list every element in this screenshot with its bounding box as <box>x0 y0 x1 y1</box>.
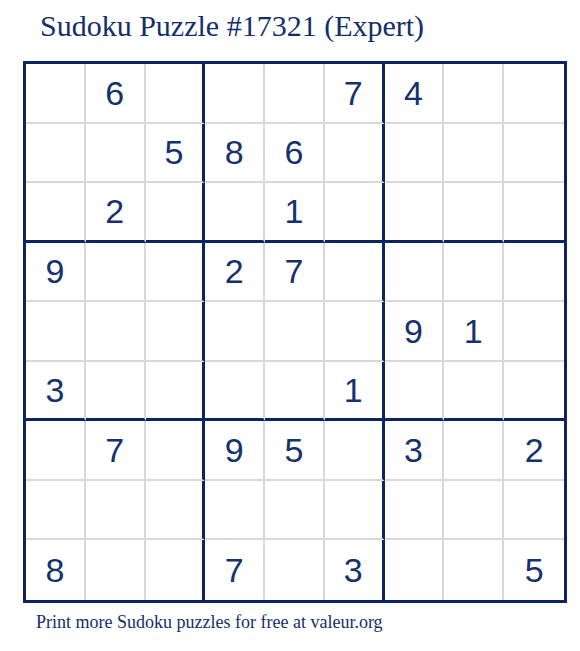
sudoku-cell-r7c4[interactable]: 9 <box>205 421 265 481</box>
sudoku-cell-r7c8[interactable] <box>444 421 504 481</box>
sudoku-cell-r8c4[interactable] <box>205 481 265 541</box>
sudoku-cell-r3c7[interactable] <box>385 183 445 243</box>
sudoku-cell-r9c5[interactable] <box>265 540 325 600</box>
sudoku-cell-r4c1[interactable]: 9 <box>26 243 86 303</box>
sudoku-cell-r3c9[interactable] <box>504 183 564 243</box>
sudoku-cell-r2c5[interactable]: 6 <box>265 124 325 184</box>
sudoku-cell-r6c8[interactable] <box>444 362 504 422</box>
sudoku-cell-r1c4[interactable] <box>205 64 265 124</box>
sudoku-cell-r1c7[interactable]: 4 <box>385 64 445 124</box>
sudoku-cell-r6c3[interactable] <box>146 362 206 422</box>
sudoku-cell-r3c8[interactable] <box>444 183 504 243</box>
sudoku-cell-r8c7[interactable] <box>385 481 445 541</box>
sudoku-cell-r9c1[interactable]: 8 <box>26 540 86 600</box>
sudoku-cell-r2c8[interactable] <box>444 124 504 184</box>
sudoku-cell-r4c7[interactable] <box>385 243 445 303</box>
sudoku-cell-r2c2[interactable] <box>86 124 146 184</box>
sudoku-cell-r6c2[interactable] <box>86 362 146 422</box>
sudoku-cell-r7c5[interactable]: 5 <box>265 421 325 481</box>
sudoku-board: 674586219279131795328735 <box>23 61 567 603</box>
sudoku-cell-r7c6[interactable] <box>325 421 385 481</box>
footer-text: Print more Sudoku puzzles for free at va… <box>36 612 383 633</box>
sudoku-cell-r6c7[interactable] <box>385 362 445 422</box>
sudoku-cell-r4c6[interactable] <box>325 243 385 303</box>
sudoku-cell-r6c5[interactable] <box>265 362 325 422</box>
sudoku-cell-r7c2[interactable]: 7 <box>86 421 146 481</box>
sudoku-cell-r2c3[interactable]: 5 <box>146 124 206 184</box>
sudoku-cell-r4c5[interactable]: 7 <box>265 243 325 303</box>
sudoku-cell-r5c9[interactable] <box>504 302 564 362</box>
page-title: Sudoku Puzzle #17321 (Expert) <box>40 9 424 43</box>
sudoku-cell-r5c3[interactable] <box>146 302 206 362</box>
sudoku-cell-r2c9[interactable] <box>504 124 564 184</box>
sudoku-cell-r6c4[interactable] <box>205 362 265 422</box>
sudoku-cell-r1c2[interactable]: 6 <box>86 64 146 124</box>
sudoku-cell-r4c9[interactable] <box>504 243 564 303</box>
sudoku-cell-r9c6[interactable]: 3 <box>325 540 385 600</box>
sudoku-cell-r7c3[interactable] <box>146 421 206 481</box>
sudoku-cell-r5c7[interactable]: 9 <box>385 302 445 362</box>
sudoku-cell-r4c4[interactable]: 2 <box>205 243 265 303</box>
sudoku-cell-r5c1[interactable] <box>26 302 86 362</box>
sudoku-cell-r3c5[interactable]: 1 <box>265 183 325 243</box>
sudoku-cell-r5c2[interactable] <box>86 302 146 362</box>
sudoku-cell-r1c9[interactable] <box>504 64 564 124</box>
sudoku-cell-r9c7[interactable] <box>385 540 445 600</box>
sudoku-cell-r4c2[interactable] <box>86 243 146 303</box>
sudoku-cell-r3c4[interactable] <box>205 183 265 243</box>
sudoku-cell-r4c8[interactable] <box>444 243 504 303</box>
sudoku-cell-r1c1[interactable] <box>26 64 86 124</box>
sudoku-cell-r3c3[interactable] <box>146 183 206 243</box>
sudoku-cell-r9c8[interactable] <box>444 540 504 600</box>
sudoku-cell-r7c9[interactable]: 2 <box>504 421 564 481</box>
sudoku-cell-r8c5[interactable] <box>265 481 325 541</box>
sudoku-cell-r3c1[interactable] <box>26 183 86 243</box>
sudoku-cell-r6c9[interactable] <box>504 362 564 422</box>
sudoku-cell-r8c8[interactable] <box>444 481 504 541</box>
sudoku-cell-r8c1[interactable] <box>26 481 86 541</box>
sudoku-cell-r3c6[interactable] <box>325 183 385 243</box>
sudoku-cell-r5c6[interactable] <box>325 302 385 362</box>
sudoku-cell-r2c4[interactable]: 8 <box>205 124 265 184</box>
sudoku-cell-r9c4[interactable]: 7 <box>205 540 265 600</box>
sudoku-cell-r1c3[interactable] <box>146 64 206 124</box>
sudoku-cell-r1c5[interactable] <box>265 64 325 124</box>
sudoku-cell-r2c6[interactable] <box>325 124 385 184</box>
sudoku-cell-r5c4[interactable] <box>205 302 265 362</box>
sudoku-cell-r1c8[interactable] <box>444 64 504 124</box>
sudoku-cell-r1c6[interactable]: 7 <box>325 64 385 124</box>
sudoku-cell-r4c3[interactable] <box>146 243 206 303</box>
sudoku-cell-r7c1[interactable] <box>26 421 86 481</box>
sudoku-cell-r9c3[interactable] <box>146 540 206 600</box>
sudoku-cell-r3c2[interactable]: 2 <box>86 183 146 243</box>
sudoku-cell-r9c2[interactable] <box>86 540 146 600</box>
sudoku-cell-r8c3[interactable] <box>146 481 206 541</box>
sudoku-cell-r7c7[interactable]: 3 <box>385 421 445 481</box>
sudoku-cell-r2c1[interactable] <box>26 124 86 184</box>
sudoku-cell-r2c7[interactable] <box>385 124 445 184</box>
sudoku-cell-r8c9[interactable] <box>504 481 564 541</box>
sudoku-cell-r5c5[interactable] <box>265 302 325 362</box>
sudoku-cell-r6c6[interactable]: 1 <box>325 362 385 422</box>
sudoku-cell-r8c6[interactable] <box>325 481 385 541</box>
sudoku-cell-r6c1[interactable]: 3 <box>26 362 86 422</box>
sudoku-cell-r9c9[interactable]: 5 <box>504 540 564 600</box>
sudoku-cell-r5c8[interactable]: 1 <box>444 302 504 362</box>
sudoku-cell-r8c2[interactable] <box>86 481 146 541</box>
